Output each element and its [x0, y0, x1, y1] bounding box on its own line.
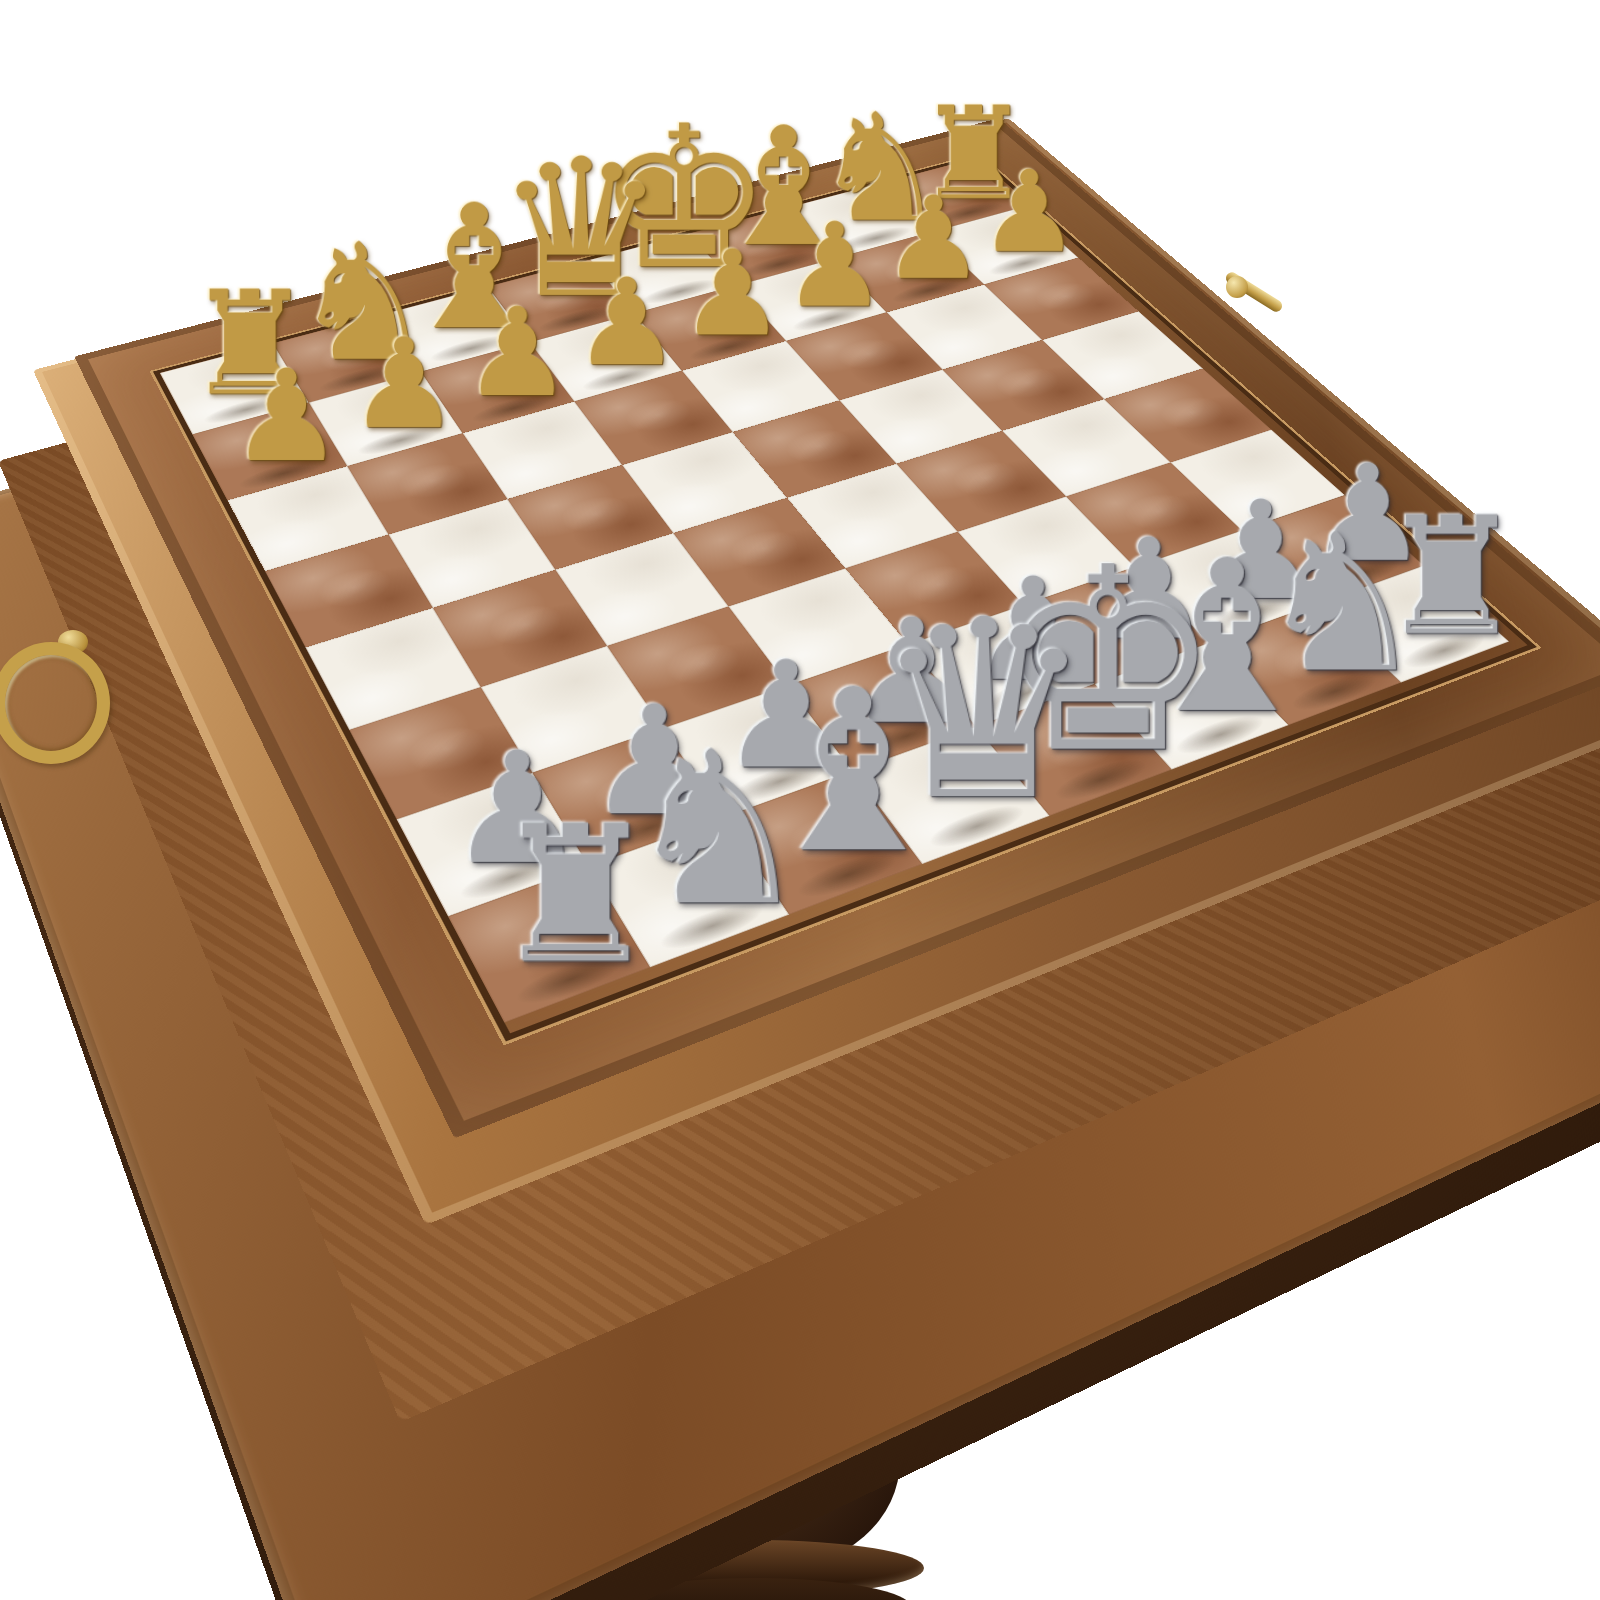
piece-black-gold-pawn[interactable]: ♟ — [782, 208, 886, 324]
piece-black-gold-pawn[interactable]: ♟ — [572, 263, 680, 383]
piece-black-gold-pawn[interactable]: ♟ — [882, 181, 984, 295]
piece-black-gold-pawn[interactable]: ♟ — [348, 322, 460, 446]
piece-black-gold-pawn[interactable]: ♟ — [679, 235, 785, 353]
piece-black-gold-pawn[interactable]: ♟ — [978, 156, 1079, 268]
brass-latch-knob-icon[interactable] — [1226, 276, 1248, 298]
table-scene: ♜♞♝♛♚♝♞♜♟♟♟♟♟♟♟♟♟♟♟♟♟♟♟♟♜♞♝♛♚♝♞♜ — [0, 0, 1600, 1600]
piece-black-gold-pawn[interactable]: ♟ — [229, 353, 343, 480]
piece-white-silver-rook[interactable]: ♜ — [491, 801, 660, 990]
piece-black-gold-pawn[interactable]: ♟ — [462, 292, 572, 414]
chess-table-photo: ♜♞♝♛♚♝♞♜♟♟♟♟♟♟♟♟♟♟♟♟♟♟♟♟♜♞♝♛♚♝♞♜ — [0, 0, 1600, 1600]
